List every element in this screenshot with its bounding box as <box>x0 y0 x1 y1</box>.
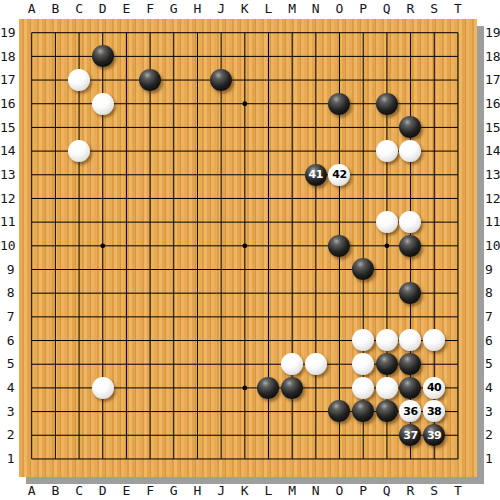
row-label-2: 2 <box>0 423 15 447</box>
stone-white-R3[interactable]: 36 <box>399 400 421 422</box>
row-label-1: 1 <box>485 447 500 471</box>
move-number-36: 36 <box>403 406 417 417</box>
stone-black-S2[interactable]: 39 <box>423 424 445 446</box>
row-label-5: 5 <box>0 352 15 376</box>
stone-white-C14[interactable] <box>68 140 90 162</box>
stone-black-R2[interactable]: 37 <box>399 424 421 446</box>
row-label-9: 9 <box>485 258 500 282</box>
row-label-11: 11 <box>485 210 500 234</box>
row-label-1: 1 <box>0 447 15 471</box>
row-label-6: 6 <box>0 329 15 353</box>
move-number-42: 42 <box>332 169 346 180</box>
stone-black-Q5[interactable] <box>376 353 398 375</box>
row-label-4: 4 <box>485 376 500 400</box>
stone-white-S3[interactable]: 38 <box>423 400 445 422</box>
move-number-37: 37 <box>403 430 417 441</box>
row-label-19: 19 <box>485 21 500 45</box>
column-label-O: O <box>328 482 352 500</box>
stone-black-O16[interactable] <box>328 93 350 115</box>
column-label-M: M <box>280 0 304 17</box>
column-label-N: N <box>304 0 328 17</box>
column-labels-bottom: ABCDEFGHJKLMNOPQRST <box>20 482 470 500</box>
column-label-F: F <box>138 0 162 17</box>
stone-white-Q4[interactable] <box>376 377 398 399</box>
column-label-P: P <box>351 0 375 17</box>
row-label-4: 4 <box>0 376 15 400</box>
stone-black-L4[interactable] <box>257 377 279 399</box>
stone-white-M5[interactable] <box>281 353 303 375</box>
stone-white-Q14[interactable] <box>376 140 398 162</box>
column-label-T: T <box>446 0 470 17</box>
column-label-Q: Q <box>375 0 399 17</box>
row-label-14: 14 <box>485 139 500 163</box>
stone-white-P5[interactable] <box>352 353 374 375</box>
row-labels-left: 19181716151413121110987654321 <box>0 21 15 471</box>
stone-white-D4[interactable] <box>92 377 114 399</box>
column-label-K: K <box>233 0 257 17</box>
row-label-7: 7 <box>485 305 500 329</box>
move-number-41: 41 <box>309 169 323 180</box>
row-label-12: 12 <box>485 187 500 211</box>
column-label-B: B <box>44 0 68 17</box>
row-label-16: 16 <box>485 92 500 116</box>
column-label-A: A <box>20 0 44 17</box>
row-label-6: 6 <box>485 329 500 353</box>
row-label-18: 18 <box>0 45 15 69</box>
row-label-10: 10 <box>0 234 15 258</box>
column-label-J: J <box>209 482 233 500</box>
stone-white-O13[interactable]: 42 <box>328 164 350 186</box>
stone-white-D16[interactable] <box>92 93 114 115</box>
stone-white-R11[interactable] <box>399 211 421 233</box>
stone-white-P4[interactable] <box>352 377 374 399</box>
row-label-13: 13 <box>485 163 500 187</box>
stone-black-R8[interactable] <box>399 282 421 304</box>
column-label-R: R <box>399 482 423 500</box>
row-label-8: 8 <box>485 281 500 305</box>
column-label-E: E <box>115 482 139 500</box>
go-board-screenshot: ABCDEFGHJKLMNOPQRST ABCDEFGHJKLMNOPQRST … <box>0 0 500 500</box>
stone-black-P3[interactable] <box>352 400 374 422</box>
row-label-3: 3 <box>0 400 15 424</box>
stone-black-R15[interactable] <box>399 116 421 138</box>
stone-white-P6[interactable] <box>352 329 374 351</box>
column-label-D: D <box>91 482 115 500</box>
row-labels-right: 19181716151413121110987654321 <box>485 21 500 471</box>
row-label-19: 19 <box>0 21 15 45</box>
row-label-18: 18 <box>485 45 500 69</box>
column-label-D: D <box>91 0 115 17</box>
stone-black-P9[interactable] <box>352 258 374 280</box>
row-label-3: 3 <box>485 400 500 424</box>
row-label-15: 15 <box>485 116 500 140</box>
stone-white-C17[interactable] <box>68 69 90 91</box>
stone-black-D18[interactable] <box>92 45 114 67</box>
column-label-G: G <box>162 0 186 17</box>
column-label-C: C <box>67 0 91 17</box>
column-label-H: H <box>186 0 210 17</box>
stone-black-R4[interactable] <box>399 377 421 399</box>
row-label-17: 17 <box>485 68 500 92</box>
column-label-L: L <box>257 482 281 500</box>
column-label-G: G <box>162 482 186 500</box>
row-label-16: 16 <box>0 92 15 116</box>
column-label-C: C <box>67 482 91 500</box>
row-label-7: 7 <box>0 305 15 329</box>
row-label-8: 8 <box>0 281 15 305</box>
column-label-Q: Q <box>375 482 399 500</box>
row-label-15: 15 <box>0 116 15 140</box>
row-label-11: 11 <box>0 210 15 234</box>
column-label-O: O <box>328 0 352 17</box>
move-number-40: 40 <box>427 382 441 393</box>
stone-black-O3[interactable] <box>328 400 350 422</box>
column-label-B: B <box>44 482 68 500</box>
column-label-P: P <box>351 482 375 500</box>
stone-black-R5[interactable] <box>399 353 421 375</box>
stone-white-Q6[interactable] <box>376 329 398 351</box>
stone-white-S4[interactable]: 40 <box>423 377 445 399</box>
stone-black-Q3[interactable] <box>376 400 398 422</box>
stone-black-R10[interactable] <box>399 235 421 257</box>
column-label-A: A <box>20 482 44 500</box>
goban: 41373942403638 <box>19 19 477 477</box>
move-number-38: 38 <box>427 406 441 417</box>
stone-black-J17[interactable] <box>210 69 232 91</box>
row-label-10: 10 <box>485 234 500 258</box>
stone-white-S6[interactable] <box>423 329 445 351</box>
row-label-9: 9 <box>0 258 15 282</box>
row-label-2: 2 <box>485 423 500 447</box>
stone-black-F17[interactable] <box>139 69 161 91</box>
row-label-12: 12 <box>0 187 15 211</box>
row-label-5: 5 <box>485 352 500 376</box>
row-label-13: 13 <box>0 163 15 187</box>
column-label-H: H <box>186 482 210 500</box>
column-label-F: F <box>138 482 162 500</box>
column-label-T: T <box>446 482 470 500</box>
row-label-17: 17 <box>0 68 15 92</box>
move-number-39: 39 <box>427 430 441 441</box>
stone-black-O10[interactable] <box>328 235 350 257</box>
column-label-E: E <box>115 0 139 17</box>
column-label-R: R <box>399 0 423 17</box>
column-label-N: N <box>304 482 328 500</box>
column-label-S: S <box>422 0 446 17</box>
column-label-L: L <box>257 0 281 17</box>
board-grid[interactable]: 41373942403638 <box>20 21 470 471</box>
stone-white-R6[interactable] <box>399 329 421 351</box>
stone-white-N5[interactable] <box>305 353 327 375</box>
column-label-K: K <box>233 482 257 500</box>
column-label-M: M <box>280 482 304 500</box>
column-label-S: S <box>422 482 446 500</box>
stone-black-Q16[interactable] <box>376 93 398 115</box>
column-labels-top: ABCDEFGHJKLMNOPQRST <box>20 0 470 17</box>
stone-white-Q11[interactable] <box>376 211 398 233</box>
stone-black-N13[interactable]: 41 <box>305 164 327 186</box>
stone-black-M4[interactable] <box>281 377 303 399</box>
stone-white-R14[interactable] <box>399 140 421 162</box>
row-label-14: 14 <box>0 139 15 163</box>
column-label-J: J <box>209 0 233 17</box>
